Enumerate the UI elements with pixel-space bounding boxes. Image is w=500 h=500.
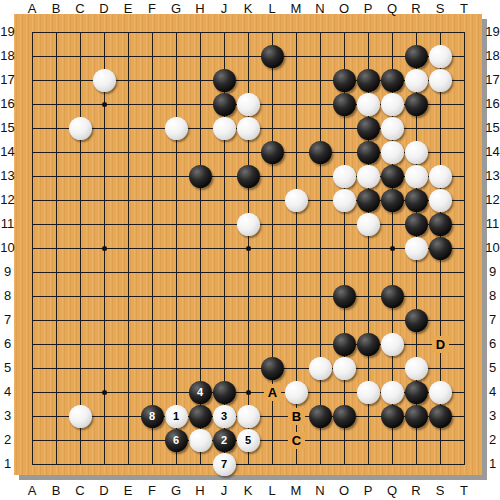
coord-right-11: 11: [485, 217, 500, 231]
black-stone-P12: [357, 189, 380, 212]
coord-left-9: 9: [0, 265, 15, 279]
grid-horizontal-line-9: [32, 272, 465, 273]
black-stone-Q13: [381, 165, 404, 188]
move-7-white-stone-J1: 7: [213, 453, 236, 476]
white-stone-C15: [69, 117, 92, 140]
white-stone-R13: [405, 165, 428, 188]
black-stone-O3: [333, 405, 356, 428]
white-stone-G15: [165, 117, 188, 140]
black-stone-Q3: [381, 405, 404, 428]
coord-right-6: 6: [485, 337, 500, 351]
white-stone-Q6: [381, 333, 404, 356]
grid-horizontal-line-1: [32, 464, 465, 465]
coord-left-10: 10: [0, 241, 15, 255]
coord-left-2: 2: [0, 433, 15, 447]
coord-left-8: 8: [0, 289, 15, 303]
grid-horizontal-line-7: [32, 320, 465, 321]
coord-bottom-G: G: [164, 484, 188, 498]
white-stone-O13: [333, 165, 356, 188]
coord-top-H: H: [188, 2, 212, 16]
white-stone-K16: [237, 93, 260, 116]
black-stone-O17: [333, 69, 356, 92]
coord-top-N: N: [308, 2, 332, 16]
coord-left-19: 19: [0, 25, 15, 39]
coord-left-13: 13: [0, 169, 15, 183]
move-number-3: 3: [221, 411, 227, 422]
black-stone-R4: [405, 381, 428, 404]
coord-bottom-P: P: [356, 484, 380, 498]
coord-left-18: 18: [0, 49, 15, 63]
coord-bottom-T: T: [452, 484, 476, 498]
white-stone-S13: [429, 165, 452, 188]
black-stone-S3: [429, 405, 452, 428]
coord-left-6: 6: [0, 337, 15, 351]
grid-horizontal-line-5: [32, 368, 465, 369]
move-number-1: 1: [173, 411, 179, 422]
black-stone-N14: [309, 141, 332, 164]
star-point-D4: [102, 390, 107, 395]
coord-bottom-S: S: [428, 484, 452, 498]
coord-top-B: B: [44, 2, 68, 16]
black-stone-R3: [405, 405, 428, 428]
black-stone-L14: [261, 141, 284, 164]
star-point-D16: [102, 102, 107, 107]
black-stone-J17: [213, 69, 236, 92]
coord-bottom-E: E: [116, 484, 140, 498]
coord-right-7: 7: [485, 313, 500, 327]
coord-top-G: G: [164, 2, 188, 16]
black-stone-P6: [357, 333, 380, 356]
coord-left-4: 4: [0, 385, 15, 399]
coord-right-10: 10: [485, 241, 500, 255]
coord-right-17: 17: [485, 73, 500, 87]
point-label-C-M2: C: [288, 432, 305, 449]
coord-top-L: L: [260, 2, 284, 16]
coord-top-E: E: [116, 2, 140, 16]
white-stone-S12: [429, 189, 452, 212]
white-stone-C3: [69, 405, 92, 428]
star-point-K4: [246, 390, 251, 395]
coord-bottom-N: N: [308, 484, 332, 498]
black-stone-O6: [333, 333, 356, 356]
coord-right-5: 5: [485, 361, 500, 375]
coord-top-Q: Q: [380, 2, 404, 16]
coord-left-5: 5: [0, 361, 15, 375]
white-stone-O5: [333, 357, 356, 380]
coord-left-14: 14: [0, 145, 15, 159]
coord-left-15: 15: [0, 121, 15, 135]
coord-right-16: 16: [485, 97, 500, 111]
move-number-4: 4: [197, 387, 203, 398]
star-point-Q10: [390, 246, 395, 251]
black-stone-R12: [405, 189, 428, 212]
white-stone-M4: [285, 381, 308, 404]
black-stone-K13: [237, 165, 260, 188]
point-label-D-S6: D: [432, 336, 449, 353]
star-point-K10: [246, 246, 251, 251]
coord-top-J: J: [212, 2, 236, 16]
coord-top-K: K: [236, 2, 260, 16]
star-point-D10: [102, 246, 107, 251]
point-label-B-M3: B: [288, 408, 305, 425]
black-stone-O8: [333, 285, 356, 308]
coord-right-12: 12: [485, 193, 500, 207]
coord-bottom-C: C: [68, 484, 92, 498]
coord-bottom-R: R: [404, 484, 428, 498]
coord-top-R: R: [404, 2, 428, 16]
black-stone-H3: [189, 405, 212, 428]
white-stone-R5: [405, 357, 428, 380]
coord-bottom-D: D: [92, 484, 116, 498]
coord-right-15: 15: [485, 121, 500, 135]
coord-top-C: C: [68, 2, 92, 16]
coord-left-3: 3: [0, 409, 15, 423]
coord-left-7: 7: [0, 313, 15, 327]
black-stone-S10: [429, 237, 452, 260]
white-stone-S17: [429, 69, 452, 92]
coord-right-14: 14: [485, 145, 500, 159]
white-stone-R10: [405, 237, 428, 260]
move-number-2: 2: [221, 435, 227, 446]
white-stone-K15: [237, 117, 260, 140]
coord-top-O: O: [332, 2, 356, 16]
white-stone-R14: [405, 141, 428, 164]
black-stone-L18: [261, 45, 284, 68]
black-stone-N3: [309, 405, 332, 428]
black-stone-R16: [405, 93, 428, 116]
grid-vertical-line-T: [464, 32, 465, 465]
white-stone-K11: [237, 213, 260, 236]
white-stone-P11: [357, 213, 380, 236]
go-diagram-screenshot: AABBCCDDEEFFGGHHJJKKLLMMNNOOPPQQRRSSTT19…: [0, 0, 500, 500]
move-3-white-stone-J3: 3: [213, 405, 236, 428]
coord-right-18: 18: [485, 49, 500, 63]
coord-bottom-A: A: [20, 484, 44, 498]
white-stone-O12: [333, 189, 356, 212]
black-stone-Q8: [381, 285, 404, 308]
white-stone-Q14: [381, 141, 404, 164]
coord-bottom-F: F: [140, 484, 164, 498]
coord-bottom-H: H: [188, 484, 212, 498]
black-stone-J4: [213, 381, 236, 404]
white-stone-Q16: [381, 93, 404, 116]
white-stone-S18: [429, 45, 452, 68]
coord-right-4: 4: [485, 385, 500, 399]
white-stone-P4: [357, 381, 380, 404]
coord-left-17: 17: [0, 73, 15, 87]
coord-bottom-J: J: [212, 484, 236, 498]
white-stone-R17: [405, 69, 428, 92]
coord-top-M: M: [284, 2, 308, 16]
coord-bottom-B: B: [44, 484, 68, 498]
black-stone-R11: [405, 213, 428, 236]
move-2-black-stone-J2: 2: [213, 429, 236, 452]
move-number-5: 5: [245, 435, 251, 446]
coord-bottom-L: L: [260, 484, 284, 498]
coord-right-1: 1: [485, 457, 500, 471]
coord-top-S: S: [428, 2, 452, 16]
coord-top-D: D: [92, 2, 116, 16]
white-stone-Q15: [381, 117, 404, 140]
coord-left-12: 12: [0, 193, 15, 207]
move-number-7: 7: [221, 459, 227, 470]
white-stone-N5: [309, 357, 332, 380]
move-number-6: 6: [173, 435, 179, 446]
move-6-black-stone-G2: 6: [165, 429, 188, 452]
white-stone-J15: [213, 117, 236, 140]
black-stone-R7: [405, 309, 428, 332]
coord-top-F: F: [140, 2, 164, 16]
grid-vertical-line-N: [320, 32, 321, 465]
coord-left-16: 16: [0, 97, 15, 111]
black-stone-P15: [357, 117, 380, 140]
white-stone-D17: [93, 69, 116, 92]
coord-right-13: 13: [485, 169, 500, 183]
black-stone-O16: [333, 93, 356, 116]
coord-right-2: 2: [485, 433, 500, 447]
black-stone-Q12: [381, 189, 404, 212]
black-stone-P17: [357, 69, 380, 92]
coord-left-1: 1: [0, 457, 15, 471]
black-stone-L5: [261, 357, 284, 380]
coord-right-8: 8: [485, 289, 500, 303]
move-1-white-stone-G3: 1: [165, 405, 188, 428]
black-stone-S11: [429, 213, 452, 236]
white-stone-S4: [429, 381, 452, 404]
coord-right-9: 9: [485, 265, 500, 279]
move-4-black-stone-H4: 4: [189, 381, 212, 404]
black-stone-H13: [189, 165, 212, 188]
white-stone-Q4: [381, 381, 404, 404]
black-stone-J16: [213, 93, 236, 116]
white-stone-P13: [357, 165, 380, 188]
move-5-white-stone-K2: 5: [237, 429, 260, 452]
move-8-black-stone-F3: 8: [141, 405, 164, 428]
black-stone-P14: [357, 141, 380, 164]
white-stone-H2: [189, 429, 212, 452]
coord-bottom-K: K: [236, 484, 260, 498]
point-label-A-L4: A: [264, 384, 281, 401]
coord-left-11: 11: [0, 217, 15, 231]
white-stone-P16: [357, 93, 380, 116]
coord-top-P: P: [356, 2, 380, 16]
black-stone-R18: [405, 45, 428, 68]
move-number-8: 8: [149, 411, 155, 422]
coord-top-A: A: [20, 2, 44, 16]
black-stone-Q17: [381, 69, 404, 92]
coord-right-19: 19: [485, 25, 500, 39]
white-stone-M12: [285, 189, 308, 212]
coord-bottom-O: O: [332, 484, 356, 498]
coord-bottom-Q: Q: [380, 484, 404, 498]
coord-top-T: T: [452, 2, 476, 16]
coord-bottom-M: M: [284, 484, 308, 498]
white-stone-K3: [237, 405, 260, 428]
coord-right-3: 3: [485, 409, 500, 423]
